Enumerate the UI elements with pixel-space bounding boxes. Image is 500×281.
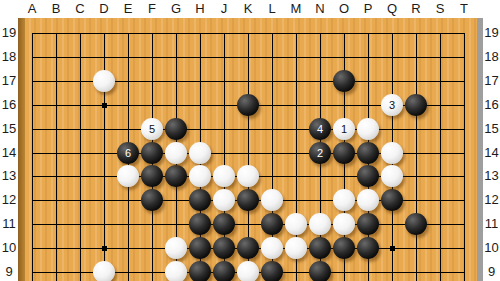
black-stone-l9: [261, 261, 283, 281]
white-stone-l10: [261, 237, 283, 259]
white-stone-q16: 3: [381, 94, 403, 116]
white-stone-q14: [381, 142, 403, 164]
white-stone-g9: [165, 261, 187, 281]
row-label-right-9: 9: [483, 265, 500, 279]
white-stone-d17: [93, 70, 115, 92]
black-stone-h12: [189, 189, 211, 211]
row-label-right-10: 10: [483, 241, 500, 255]
column-label-n: N: [310, 1, 330, 17]
row-label-right-15: 15: [483, 122, 500, 136]
white-stone-j12: [213, 189, 235, 211]
row-label-right-11: 11: [483, 217, 500, 231]
white-stone-k13: [237, 165, 259, 187]
star-point-q10: [390, 246, 395, 251]
column-label-q: Q: [382, 1, 402, 17]
move-number-5: 5: [141, 118, 163, 140]
white-stone-h13: [189, 165, 211, 187]
white-stone-e13: [117, 165, 139, 187]
white-stone-h14: [189, 142, 211, 164]
row-label-left-9: 9: [0, 265, 18, 279]
row-label-right-14: 14: [483, 146, 500, 160]
column-label-l: L: [262, 1, 282, 17]
black-stone-g15: [165, 118, 187, 140]
black-stone-r11: [405, 213, 427, 235]
star-point-d10: [102, 246, 107, 251]
white-stone-o12: [333, 189, 355, 211]
column-label-b: B: [46, 1, 66, 17]
black-stone-j9: [213, 261, 235, 281]
white-stone-j13: [213, 165, 235, 187]
column-label-e: E: [118, 1, 138, 17]
white-stone-o11: [333, 213, 355, 235]
row-label-left-19: 19: [0, 26, 18, 40]
black-stone-p13: [357, 165, 379, 187]
star-point-d16: [102, 103, 107, 108]
black-stone-p11: [357, 213, 379, 235]
move-number-2: 2: [309, 142, 331, 164]
black-stone-l11: [261, 213, 283, 235]
black-stone-h11: [189, 213, 211, 235]
row-label-left-14: 14: [0, 146, 18, 160]
black-stone-p14: [357, 142, 379, 164]
column-label-c: C: [70, 1, 90, 17]
column-label-j: J: [214, 1, 234, 17]
black-stone-k12: [237, 189, 259, 211]
column-label-k: K: [238, 1, 258, 17]
column-label-s: S: [430, 1, 450, 17]
black-stone-n15: 4: [309, 118, 331, 140]
white-stone-m10: [285, 237, 307, 259]
row-label-right-17: 17: [483, 74, 500, 88]
column-label-r: R: [406, 1, 426, 17]
row-label-left-13: 13: [0, 169, 18, 183]
black-stone-k16: [237, 94, 259, 116]
move-number-1: 1: [333, 118, 355, 140]
white-stone-f15: 5: [141, 118, 163, 140]
row-label-left-16: 16: [0, 98, 18, 112]
black-stone-o17: [333, 70, 355, 92]
go-board-diagram: ABCDEFGHJKLMNOPQRST 19181716151413121110…: [0, 0, 500, 281]
black-stone-e14: 6: [117, 142, 139, 164]
row-label-right-19: 19: [483, 26, 500, 40]
row-label-right-12: 12: [483, 193, 500, 207]
black-stone-f13: [141, 165, 163, 187]
row-label-left-18: 18: [0, 50, 18, 64]
black-stone-r16: [405, 94, 427, 116]
black-stone-j11: [213, 213, 235, 235]
black-stone-o14: [333, 142, 355, 164]
column-label-t: T: [454, 1, 474, 17]
column-label-d: D: [94, 1, 114, 17]
white-stone-g10: [165, 237, 187, 259]
move-number-4: 4: [309, 118, 331, 140]
white-stone-n11: [309, 213, 331, 235]
white-stone-p15: [357, 118, 379, 140]
black-stone-g13: [165, 165, 187, 187]
move-number-3: 3: [381, 94, 403, 116]
black-stone-f14: [141, 142, 163, 164]
black-stone-o10: [333, 237, 355, 259]
black-stone-n9: [309, 261, 331, 281]
row-label-right-13: 13: [483, 169, 500, 183]
column-label-p: P: [358, 1, 378, 17]
white-stone-k9: [237, 261, 259, 281]
column-label-a: A: [22, 1, 42, 17]
white-stone-l12: [261, 189, 283, 211]
black-stone-h9: [189, 261, 211, 281]
white-stone-o15: 1: [333, 118, 355, 140]
column-label-o: O: [334, 1, 354, 17]
white-stone-g14: [165, 142, 187, 164]
row-label-right-16: 16: [483, 98, 500, 112]
column-label-m: M: [286, 1, 306, 17]
black-stone-q12: [381, 189, 403, 211]
row-label-left-10: 10: [0, 241, 18, 255]
column-label-g: G: [166, 1, 186, 17]
black-stone-k10: [237, 237, 259, 259]
black-stone-f12: [141, 189, 163, 211]
row-label-right-18: 18: [483, 50, 500, 64]
column-label-h: H: [190, 1, 210, 17]
black-stone-h10: [189, 237, 211, 259]
row-label-left-12: 12: [0, 193, 18, 207]
row-label-left-11: 11: [0, 217, 18, 231]
white-stone-p12: [357, 189, 379, 211]
move-number-6: 6: [117, 142, 139, 164]
white-stone-m11: [285, 213, 307, 235]
column-label-f: F: [142, 1, 162, 17]
row-label-left-15: 15: [0, 122, 18, 136]
black-stone-n14: 2: [309, 142, 331, 164]
row-label-left-17: 17: [0, 74, 18, 88]
black-stone-j10: [213, 237, 235, 259]
white-stone-q13: [381, 165, 403, 187]
black-stone-n10: [309, 237, 331, 259]
black-stone-p10: [357, 237, 379, 259]
white-stone-d9: [93, 261, 115, 281]
